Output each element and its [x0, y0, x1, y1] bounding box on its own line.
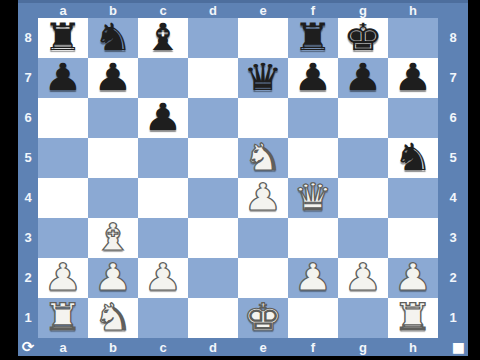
piece-black-pawn[interactable]: ♟: [133, 97, 194, 139]
square-e1[interactable]: ♚: [238, 298, 288, 338]
square-e7[interactable]: ♛: [238, 58, 288, 98]
square-h7[interactable]: ♟: [388, 58, 438, 98]
square-a7[interactable]: ♟: [38, 58, 88, 98]
rank-label-8: 8: [438, 18, 468, 58]
square-h3[interactable]: [388, 218, 438, 258]
square-f2[interactable]: ♟: [288, 258, 338, 298]
piece-white-pawn[interactable]: ♟: [133, 257, 194, 299]
rank-label-6: 6: [18, 98, 38, 138]
square-d6[interactable]: [188, 98, 238, 138]
file-label-e: e: [238, 4, 288, 17]
square-f1[interactable]: [288, 298, 338, 338]
file-label-d: d: [188, 4, 238, 17]
piece-white-pawn[interactable]: ♟: [383, 257, 444, 299]
rank-label-3: 3: [438, 218, 468, 258]
square-f3[interactable]: [288, 218, 338, 258]
square-f8[interactable]: ♜: [288, 18, 338, 58]
file-label-b: b: [88, 4, 138, 17]
square-c6[interactable]: ♟: [138, 98, 188, 138]
square-c1[interactable]: [138, 298, 188, 338]
square-e6[interactable]: [238, 98, 288, 138]
square-g6[interactable]: [338, 98, 388, 138]
piece-white-knight[interactable]: ♞: [83, 297, 144, 339]
square-e4[interactable]: ♟: [238, 178, 288, 218]
square-b8[interactable]: ♞: [88, 18, 138, 58]
square-c3[interactable]: [138, 218, 188, 258]
file-label-c: c: [138, 4, 188, 17]
piece-white-queen[interactable]: ♛: [283, 177, 344, 219]
square-d7[interactable]: [188, 58, 238, 98]
square-e2[interactable]: [238, 258, 288, 298]
chess-app-view: abcdefgh 87654321 ♜♞♝♜♚♟♟♛♟♟♟♟♞♞♟♛♝♟♟♟♟♟…: [0, 0, 480, 360]
piece-white-knight[interactable]: ♞: [233, 137, 294, 179]
square-c2[interactable]: ♟: [138, 258, 188, 298]
rank-label-6: 6: [438, 98, 468, 138]
piece-black-king[interactable]: ♚: [333, 17, 394, 59]
square-d4[interactable]: [188, 178, 238, 218]
file-label-f: f: [288, 341, 338, 354]
square-c4[interactable]: [138, 178, 188, 218]
square-f6[interactable]: [288, 98, 338, 138]
square-e5[interactable]: ♞: [238, 138, 288, 178]
square-b5[interactable]: [88, 138, 138, 178]
square-b3[interactable]: ♝: [88, 218, 138, 258]
piece-white-king[interactable]: ♚: [233, 297, 294, 339]
square-h1[interactable]: ♜: [388, 298, 438, 338]
file-label-a: a: [38, 4, 88, 17]
file-label-e: e: [238, 341, 288, 354]
piece-black-bishop[interactable]: ♝: [133, 17, 194, 59]
piece-black-pawn[interactable]: ♟: [383, 57, 444, 99]
rank-label-4: 4: [438, 178, 468, 218]
square-d1[interactable]: [188, 298, 238, 338]
square-a1[interactable]: ♜: [38, 298, 88, 338]
file-label-d: d: [188, 341, 238, 354]
square-b1[interactable]: ♞: [88, 298, 138, 338]
square-h4[interactable]: [388, 178, 438, 218]
square-b4[interactable]: [88, 178, 138, 218]
square-c5[interactable]: [138, 138, 188, 178]
square-h6[interactable]: [388, 98, 438, 138]
square-g4[interactable]: [338, 178, 388, 218]
bottom-left-corner: ⟳: [18, 338, 38, 356]
file-label-g: g: [338, 341, 388, 354]
piece-white-rook[interactable]: ♜: [383, 297, 444, 339]
square-h5[interactable]: ♞: [388, 138, 438, 178]
square-g2[interactable]: ♟: [338, 258, 388, 298]
chess-board-frame: abcdefgh 87654321 ♜♞♝♜♚♟♟♛♟♟♟♟♞♞♟♛♝♟♟♟♟♟…: [18, 0, 468, 356]
square-d3[interactable]: [188, 218, 238, 258]
square-c7[interactable]: [138, 58, 188, 98]
square-a3[interactable]: [38, 218, 88, 258]
rank-label-5: 5: [18, 138, 38, 178]
file-label-f: f: [288, 4, 338, 17]
square-g5[interactable]: [338, 138, 388, 178]
square-b2[interactable]: ♟: [88, 258, 138, 298]
file-label-g: g: [338, 4, 388, 17]
square-a2[interactable]: ♟: [38, 258, 88, 298]
flip-board-icon[interactable]: ⟳: [22, 338, 35, 356]
square-b6[interactable]: [88, 98, 138, 138]
square-f7[interactable]: ♟: [288, 58, 338, 98]
rank-label-3: 3: [18, 218, 38, 258]
rank-label-4: 4: [18, 178, 38, 218]
piece-black-knight[interactable]: ♞: [383, 137, 444, 179]
square-e8[interactable]: [238, 18, 288, 58]
square-f5[interactable]: [288, 138, 338, 178]
square-a5[interactable]: [38, 138, 88, 178]
bottom-right-corner: ■: [438, 338, 468, 356]
file-label-b: b: [88, 341, 138, 354]
square-g3[interactable]: [338, 218, 388, 258]
piece-black-pawn[interactable]: ♟: [83, 57, 144, 99]
square-c8[interactable]: ♝: [138, 18, 188, 58]
square-e3[interactable]: [238, 218, 288, 258]
square-g1[interactable]: [338, 298, 388, 338]
square-d2[interactable]: [188, 258, 238, 298]
file-label-h: h: [388, 341, 438, 354]
piece-white-bishop[interactable]: ♝: [83, 217, 144, 259]
square-a6[interactable]: [38, 98, 88, 138]
square-g8[interactable]: ♚: [338, 18, 388, 58]
chess-board: ♜♞♝♜♚♟♟♛♟♟♟♟♞♞♟♛♝♟♟♟♟♟♟♜♞♚♜: [38, 18, 438, 338]
file-label-h: h: [388, 4, 438, 17]
file-label-c: c: [138, 341, 188, 354]
square-h2[interactable]: ♟: [388, 258, 438, 298]
square-d5[interactable]: [188, 138, 238, 178]
square-b7[interactable]: ♟: [88, 58, 138, 98]
file-label-a: a: [38, 341, 88, 354]
square-g7[interactable]: ♟: [338, 58, 388, 98]
square-a8[interactable]: ♜: [38, 18, 88, 58]
stop-square-icon[interactable]: ■: [452, 338, 465, 356]
file-labels-bottom: abcdefgh: [38, 338, 438, 356]
square-f4[interactable]: ♛: [288, 178, 338, 218]
square-d8[interactable]: [188, 18, 238, 58]
square-a4[interactable]: [38, 178, 88, 218]
square-h8[interactable]: [388, 18, 438, 58]
